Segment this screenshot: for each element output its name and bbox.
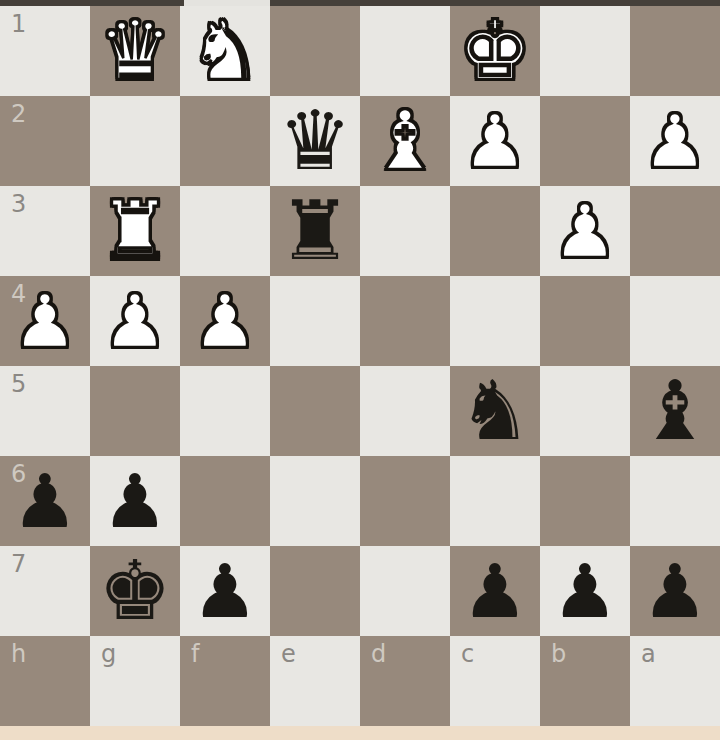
square-c8[interactable]: c <box>450 636 540 726</box>
square-e6[interactable] <box>270 456 360 546</box>
square-b7[interactable]: ♟ <box>540 546 630 636</box>
square-e3[interactable]: ♜ <box>270 186 360 276</box>
piece-white-pawn: ♟ <box>12 276 78 366</box>
rank-label: 2 <box>11 101 26 127</box>
square-b5[interactable] <box>540 366 630 456</box>
square-a3[interactable] <box>630 186 720 276</box>
piece-white-bishop: ♝ <box>368 96 442 186</box>
square-f8[interactable]: f <box>180 636 270 726</box>
square-d1[interactable] <box>360 6 450 96</box>
square-a1[interactable] <box>630 6 720 96</box>
square-f7[interactable]: ♟ <box>180 546 270 636</box>
rank-label: 1 <box>11 11 26 37</box>
piece-black-pawn: ♟ <box>12 456 78 546</box>
square-a4[interactable] <box>630 276 720 366</box>
square-g6[interactable]: ♟ <box>90 456 180 546</box>
square-h6[interactable]: 6♟ <box>0 456 90 546</box>
piece-white-pawn: ♟ <box>642 96 708 186</box>
file-label: c <box>461 641 474 667</box>
rank-label: 6 <box>11 461 26 487</box>
square-f4[interactable]: ♟ <box>180 276 270 366</box>
rank-label: 4 <box>11 281 26 307</box>
square-b1[interactable] <box>540 6 630 96</box>
piece-white-king: ♚ <box>458 6 532 96</box>
square-a5[interactable]: ♝ <box>630 366 720 456</box>
piece-white-pawn: ♟ <box>102 276 168 366</box>
square-b6[interactable] <box>540 456 630 546</box>
square-f5[interactable] <box>180 366 270 456</box>
square-a2[interactable]: ♟ <box>630 96 720 186</box>
square-g8[interactable]: g <box>90 636 180 726</box>
piece-black-pawn: ♟ <box>462 546 528 636</box>
square-b4[interactable] <box>540 276 630 366</box>
square-c2[interactable]: ♟ <box>450 96 540 186</box>
square-g3[interactable]: ♜ <box>90 186 180 276</box>
file-label: g <box>101 641 116 667</box>
file-label: d <box>371 641 386 667</box>
square-f1[interactable]: ♞ <box>180 6 270 96</box>
piece-black-pawn: ♟ <box>102 456 168 546</box>
square-h2[interactable]: 2 <box>0 96 90 186</box>
piece-black-bishop: ♝ <box>638 366 712 456</box>
piece-black-pawn: ♟ <box>192 546 258 636</box>
rank-label: 5 <box>11 371 26 397</box>
square-e1[interactable] <box>270 6 360 96</box>
square-d8[interactable]: d <box>360 636 450 726</box>
square-f2[interactable] <box>180 96 270 186</box>
piece-white-queen: ♛ <box>98 6 172 96</box>
piece-white-pawn: ♟ <box>462 96 528 186</box>
piece-white-knight: ♞ <box>188 6 262 96</box>
piece-black-knight: ♞ <box>458 366 532 456</box>
file-label: e <box>281 641 296 667</box>
piece-black-pawn: ♟ <box>642 546 708 636</box>
piece-black-rook: ♜ <box>278 186 352 276</box>
square-a7[interactable]: ♟ <box>630 546 720 636</box>
chess-board: 1♛♞♚2♛♝♟♟3♜♜♟4♟♟♟5♞♝6♟♟7♚♟♟♟♟hgfedcba <box>0 6 720 726</box>
square-c1[interactable]: ♚ <box>450 6 540 96</box>
square-d5[interactable] <box>360 366 450 456</box>
file-label: b <box>551 641 566 667</box>
square-a8[interactable]: a <box>630 636 720 726</box>
square-e4[interactable] <box>270 276 360 366</box>
square-g1[interactable]: ♛ <box>90 6 180 96</box>
square-d3[interactable] <box>360 186 450 276</box>
square-d2[interactable]: ♝ <box>360 96 450 186</box>
square-h4[interactable]: 4♟ <box>0 276 90 366</box>
square-c5[interactable]: ♞ <box>450 366 540 456</box>
square-d4[interactable] <box>360 276 450 366</box>
square-c4[interactable] <box>450 276 540 366</box>
piece-white-pawn: ♟ <box>552 186 618 276</box>
square-g2[interactable] <box>90 96 180 186</box>
square-a6[interactable] <box>630 456 720 546</box>
file-label: h <box>11 641 26 667</box>
piece-black-pawn: ♟ <box>552 546 618 636</box>
piece-white-pawn: ♟ <box>192 276 258 366</box>
square-e7[interactable] <box>270 546 360 636</box>
square-h1[interactable]: 1 <box>0 6 90 96</box>
square-c6[interactable] <box>450 456 540 546</box>
rank-label: 7 <box>11 551 26 577</box>
square-c7[interactable]: ♟ <box>450 546 540 636</box>
bottom-edge-strip <box>0 726 720 740</box>
piece-black-queen: ♛ <box>278 96 352 186</box>
square-b3[interactable]: ♟ <box>540 186 630 276</box>
square-g5[interactable] <box>90 366 180 456</box>
square-b8[interactable]: b <box>540 636 630 726</box>
square-h5[interactable]: 5 <box>0 366 90 456</box>
piece-white-rook: ♜ <box>98 186 172 276</box>
square-d7[interactable] <box>360 546 450 636</box>
file-label: a <box>641 641 656 667</box>
rank-label: 3 <box>11 191 26 217</box>
square-e5[interactable] <box>270 366 360 456</box>
square-e2[interactable]: ♛ <box>270 96 360 186</box>
square-d6[interactable] <box>360 456 450 546</box>
square-f3[interactable] <box>180 186 270 276</box>
square-h3[interactable]: 3 <box>0 186 90 276</box>
square-e8[interactable]: e <box>270 636 360 726</box>
square-f6[interactable] <box>180 456 270 546</box>
square-h8[interactable]: h <box>0 636 90 726</box>
square-g4[interactable]: ♟ <box>90 276 180 366</box>
square-b2[interactable] <box>540 96 630 186</box>
square-g7[interactable]: ♚ <box>90 546 180 636</box>
square-h7[interactable]: 7 <box>0 546 90 636</box>
piece-black-king: ♚ <box>98 546 172 636</box>
square-c3[interactable] <box>450 186 540 276</box>
chess-app-screen: 1♛♞♚2♛♝♟♟3♜♜♟4♟♟♟5♞♝6♟♟7♚♟♟♟♟hgfedcba <box>0 0 720 740</box>
file-label: f <box>191 641 199 667</box>
